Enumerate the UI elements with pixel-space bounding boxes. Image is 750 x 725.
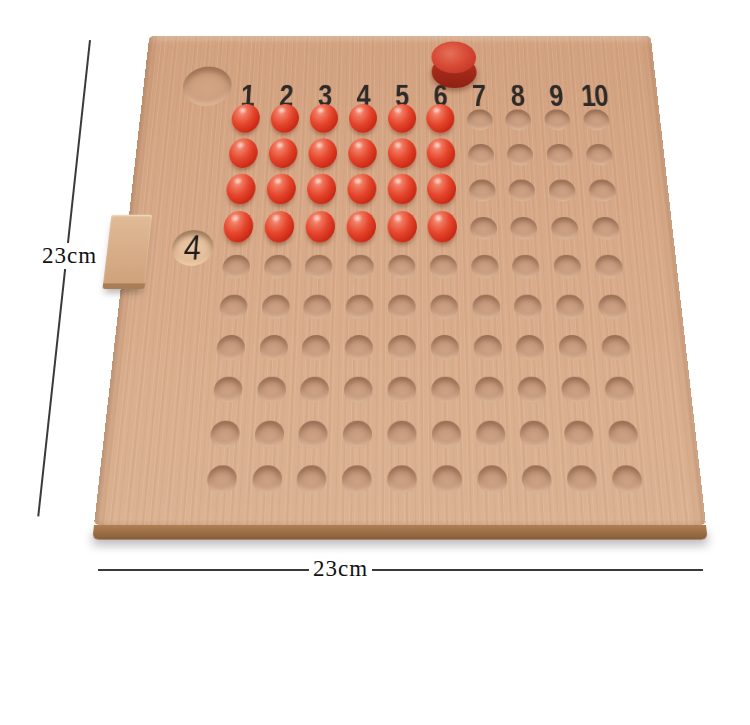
grid-cell-r7c10 [593, 327, 639, 369]
grid-cell-r5c9 [546, 247, 590, 286]
grid-cell-r8c6 [424, 369, 468, 412]
red-bead[interactable] [348, 138, 377, 168]
grid-cell-r4c4 [340, 210, 381, 248]
hole [344, 377, 373, 403]
grid-cell-r3c7 [462, 173, 503, 210]
hole [432, 466, 462, 494]
hole [551, 217, 579, 240]
grid-cell-r9c4 [335, 412, 380, 457]
grid-cell-r7c1 [208, 327, 254, 369]
hole [549, 180, 577, 202]
hole [387, 466, 417, 494]
multiplier-window: 4 [170, 230, 214, 266]
hole [591, 217, 620, 240]
hole [216, 335, 246, 360]
hole [342, 466, 372, 494]
grid-cell-r6c9 [548, 287, 593, 327]
grid-cell-r6c8 [506, 287, 550, 327]
hole [431, 377, 460, 403]
red-bead[interactable] [427, 174, 456, 204]
hole [468, 144, 495, 166]
grid-cell-r4c3 [299, 210, 341, 248]
hole [298, 421, 328, 448]
grid-cell-r9c6 [424, 412, 469, 457]
grid-cell-r5c1 [214, 247, 258, 286]
hole [297, 466, 327, 494]
grid-cell-r10c4 [334, 457, 380, 503]
grid-cell-r8c2 [248, 369, 294, 412]
grid-cell-r9c7 [468, 412, 514, 457]
grid-cell-r8c8 [510, 369, 556, 412]
height-dimension-line [37, 40, 91, 516]
hole [251, 466, 282, 494]
grid-cell-r10c2 [243, 457, 290, 503]
grid-cell-r1c3 [304, 103, 344, 138]
hole [561, 377, 591, 403]
grid-cell-r7c9 [551, 327, 597, 369]
grid-cell-r2c5 [382, 137, 422, 173]
grid-cell-r5c5 [381, 247, 423, 286]
hole [263, 255, 291, 279]
hole [343, 421, 372, 448]
grid-cell-r2c4 [342, 137, 382, 173]
hole [601, 335, 631, 360]
hole [512, 255, 540, 279]
grid-cell-r6c5 [381, 287, 423, 327]
grid-cell-r7c2 [251, 327, 296, 369]
grid-cell-r10c1 [198, 457, 246, 503]
grid-cell-r4c1 [217, 210, 260, 248]
hole [347, 255, 375, 279]
red-bead[interactable] [223, 211, 254, 242]
grid-cell-r6c10 [590, 287, 636, 327]
grid-cell-r10c5 [379, 457, 424, 503]
grid-cell-r5c7 [464, 247, 507, 286]
hole [388, 294, 416, 319]
hole [507, 144, 534, 166]
multiplier-slider-tab[interactable] [102, 215, 152, 289]
hole [388, 377, 417, 403]
grid-cell-r3c1 [220, 173, 263, 210]
grid-cell-r8c1 [205, 369, 251, 412]
height-dimension-label: 23cm [38, 243, 101, 269]
hole [222, 255, 251, 279]
hole [516, 335, 545, 360]
red-bead[interactable] [305, 211, 335, 242]
red-bead[interactable] [349, 104, 378, 133]
grid-cell-r8c10 [596, 369, 643, 412]
red-bead[interactable] [228, 138, 258, 168]
grid-cell-r2c2 [262, 137, 303, 173]
grid-cell-r2c10 [578, 137, 621, 173]
hole [471, 255, 499, 279]
red-bead[interactable] [226, 174, 257, 204]
hole [473, 335, 502, 360]
red-bead[interactable] [264, 211, 295, 242]
grid-cell-r5c6 [422, 247, 464, 286]
grid-cell-r2c7 [461, 137, 502, 173]
red-bead[interactable] [427, 138, 456, 168]
grid-cell-r8c3 [292, 369, 337, 412]
hole [206, 466, 237, 494]
grid-cell-r2c9 [539, 137, 581, 173]
hole [608, 421, 639, 448]
grid-cell-r5c2 [256, 247, 299, 286]
width-dimension-label: 23cm [309, 556, 372, 582]
grid-cell-r3c4 [341, 173, 382, 210]
hole [469, 180, 496, 202]
grid-cell-r9c5 [380, 412, 425, 457]
red-bead[interactable] [387, 138, 416, 168]
hole [589, 180, 617, 202]
multiplication-board: 12345678910 4 [94, 36, 706, 525]
grid-cell-r9c3 [290, 412, 336, 457]
grid-cell-r7c7 [466, 327, 510, 369]
grid-cell-r6c3 [296, 287, 339, 327]
red-bead[interactable] [346, 211, 376, 242]
grid-cell-r8c9 [553, 369, 599, 412]
grid-cell-r7c5 [380, 327, 423, 369]
hole [520, 421, 550, 448]
hole [259, 335, 288, 360]
bead-tray-recess [181, 67, 233, 106]
grid-cell-r1c5 [382, 103, 421, 138]
hole [432, 421, 461, 448]
grid-cell-r9c9 [556, 412, 603, 457]
hole [472, 294, 500, 319]
red-bead[interactable] [387, 174, 416, 204]
grid-cell-r1c10 [576, 103, 618, 138]
grid-cell-r1c8 [498, 103, 539, 138]
hole [302, 335, 331, 360]
red-bead[interactable] [347, 174, 376, 204]
red-bead[interactable] [266, 174, 296, 204]
hole [518, 377, 548, 403]
hole [604, 377, 635, 403]
grid-cell-r4c8 [503, 210, 546, 248]
hole [567, 466, 598, 494]
grid-cell-r1c1 [225, 103, 266, 138]
grid-cell-r6c4 [338, 287, 381, 327]
grid-cell-r7c8 [508, 327, 553, 369]
scene: 23cm 12345678910 4 23cm [0, 0, 750, 725]
hole [598, 294, 628, 319]
hole [544, 109, 571, 130]
grid-cell-r7c4 [337, 327, 380, 369]
hole [256, 377, 286, 403]
hole [467, 109, 493, 130]
hole [514, 294, 543, 319]
grid-cell-r6c7 [465, 287, 509, 327]
hole [303, 294, 331, 319]
hole [388, 255, 415, 279]
grid-cell-r3c2 [260, 173, 302, 210]
hole [470, 217, 498, 240]
hole [558, 335, 588, 360]
grid-cell-r5c8 [505, 247, 548, 286]
grid-cell-r5c3 [297, 247, 340, 286]
grid-cell-r10c10 [603, 457, 652, 503]
hole [209, 421, 240, 448]
grid-cell-r3c5 [382, 173, 422, 210]
hole [219, 294, 248, 319]
grid-cell-r4c7 [463, 210, 505, 248]
red-bead[interactable] [231, 104, 261, 133]
hole [345, 335, 373, 360]
hole [300, 377, 329, 403]
grid-cell-r4c6 [422, 210, 463, 248]
grid-cell-r10c8 [514, 457, 561, 503]
hole [546, 144, 573, 166]
red-bead[interactable] [387, 211, 417, 242]
grid-cell-r1c4 [343, 103, 383, 138]
grid-cell-r5c4 [339, 247, 381, 286]
hole [430, 255, 458, 279]
grid-cell-r6c1 [211, 287, 256, 327]
grid-cell-r4c5 [381, 210, 422, 248]
grid-cell-r1c7 [460, 103, 500, 138]
grid-cell-r1c9 [537, 103, 578, 138]
grid-cell-r8c4 [336, 369, 380, 412]
hole [505, 109, 532, 130]
grid-cell-r10c3 [289, 457, 336, 503]
grid-cell-r3c3 [301, 173, 342, 210]
grid-cell-r9c1 [201, 412, 248, 457]
marker-disc-top [431, 42, 476, 74]
hole [387, 421, 416, 448]
grid-cell-r5c10 [587, 247, 632, 286]
red-bead[interactable] [308, 138, 337, 168]
red-bead[interactable] [427, 104, 456, 133]
red-bead[interactable] [309, 104, 338, 133]
hole [346, 294, 374, 319]
board-side-edge [92, 525, 707, 540]
grid-cell-r4c9 [543, 210, 586, 248]
grid-cell-r9c8 [512, 412, 559, 457]
grid-cell-r4c10 [584, 210, 628, 248]
hole [261, 294, 290, 319]
hole [430, 294, 458, 319]
hole [556, 294, 585, 319]
grid-cell-r2c1 [223, 137, 265, 173]
marker-disc[interactable] [431, 42, 477, 89]
grid-cell-r9c10 [599, 412, 647, 457]
grid-cell-r2c3 [302, 137, 343, 173]
hole [476, 421, 506, 448]
grid-cell-r8c5 [380, 369, 424, 412]
hole [522, 466, 553, 494]
hole [553, 255, 582, 279]
hole [583, 109, 610, 130]
hole [431, 335, 459, 360]
hole [213, 377, 243, 403]
grid-cell-r7c3 [294, 327, 338, 369]
hole [305, 255, 333, 279]
hole [595, 255, 624, 279]
grid-cell-r3c8 [501, 173, 543, 210]
grid-cell-r6c2 [253, 287, 297, 327]
grid-cell-r8c7 [467, 369, 512, 412]
red-bead[interactable] [428, 211, 458, 242]
hole [474, 377, 503, 403]
red-bead[interactable] [388, 104, 416, 133]
grid-cell-r1c6 [421, 103, 461, 138]
grid-cell-r10c6 [424, 457, 470, 503]
grid-cell-r9c2 [246, 412, 292, 457]
grid-cell-r7c6 [423, 327, 467, 369]
grid-cell-r10c9 [558, 457, 606, 503]
grid-cell-r6c6 [423, 287, 466, 327]
grid-cell-r2c8 [500, 137, 541, 173]
red-bead[interactable] [268, 138, 298, 168]
bead-grid [198, 103, 652, 503]
hole [388, 335, 416, 360]
hole [477, 466, 507, 494]
hole [564, 421, 595, 448]
hole [509, 180, 536, 202]
red-bead[interactable] [307, 174, 337, 204]
grid-cell-r3c9 [541, 173, 584, 210]
grid-cell-r3c10 [581, 173, 624, 210]
hole [611, 466, 643, 494]
multiplier-card-value: 4 [182, 228, 202, 268]
red-bead[interactable] [270, 104, 299, 133]
hole [254, 421, 284, 448]
grid-cell-r3c6 [422, 173, 463, 210]
grid-cell-r1c2 [264, 103, 305, 138]
width-dimension-line [98, 569, 703, 571]
grid-cell-r10c7 [469, 457, 516, 503]
grid-cell-r2c6 [421, 137, 461, 173]
hole [586, 144, 614, 166]
hole [510, 217, 538, 240]
grid-cell-r4c2 [258, 210, 301, 248]
